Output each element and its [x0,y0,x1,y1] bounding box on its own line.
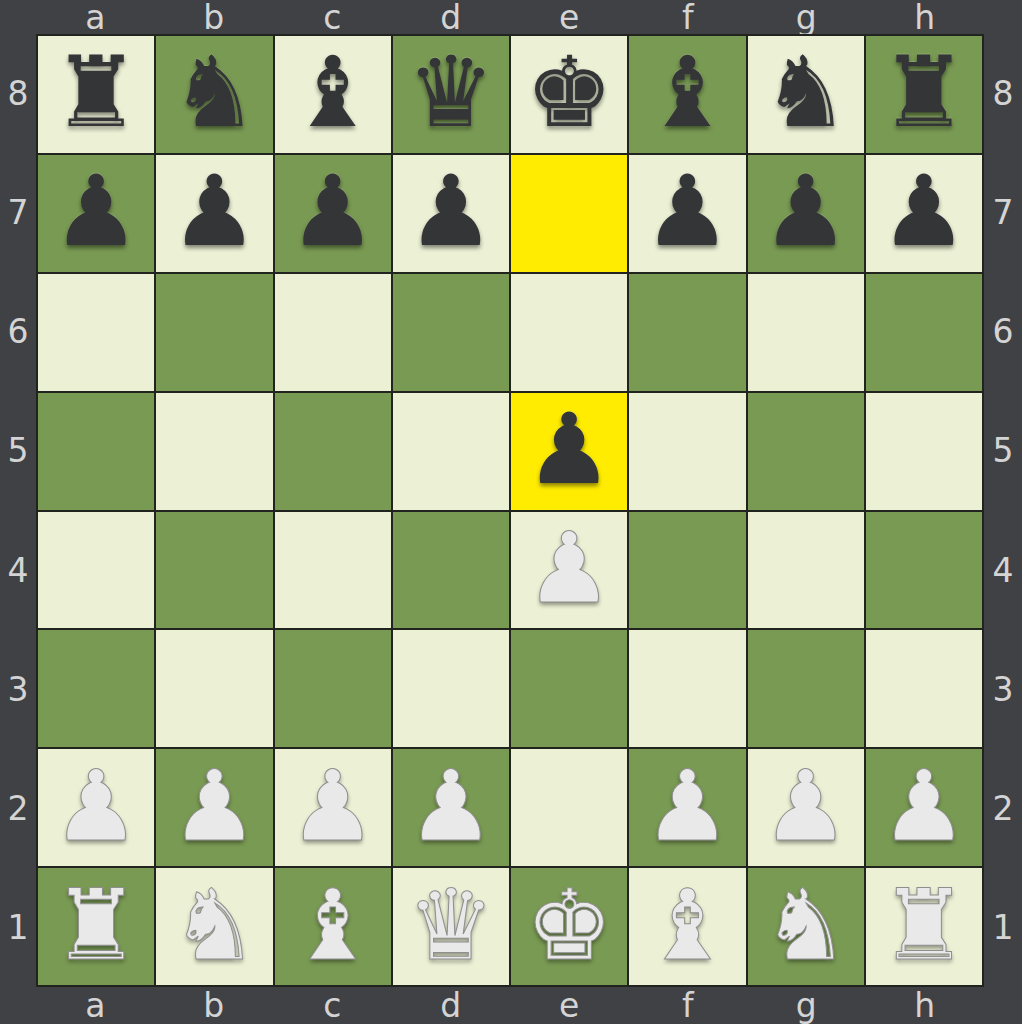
square-c3[interactable] [275,630,391,747]
file-label: f [629,987,748,1024]
white-pawn[interactable]: ♟ [170,757,258,855]
black-bishop[interactable]: ♝ [289,43,377,141]
square-f5[interactable] [629,393,745,510]
rank-label: 2 [0,749,36,868]
square-c4[interactable] [275,512,391,629]
white-rook[interactable]: ♜ [52,876,140,974]
square-b5[interactable] [156,393,272,510]
rank-labels-left: 8 7 6 5 4 3 2 1 [0,34,36,987]
file-label: h [866,987,985,1024]
rank-label: 1 [0,868,36,987]
rank-label: 5 [0,391,36,510]
white-pawn[interactable]: ♟ [880,757,968,855]
black-rook[interactable]: ♜ [52,43,140,141]
black-pawn[interactable]: ♟ [643,162,731,260]
black-pawn[interactable]: ♟ [525,400,613,498]
file-label: c [273,0,392,34]
square-c2[interactable]: ♟ [275,749,391,866]
file-labels-bottom: a b c d e f g h [36,987,984,1024]
square-f2[interactable]: ♟ [629,749,745,866]
square-c6[interactable] [275,274,391,391]
file-label: b [155,987,274,1024]
square-c7[interactable]: ♟ [275,155,391,272]
square-b8[interactable]: ♞ [156,36,272,153]
square-a7[interactable]: ♟ [38,155,154,272]
black-bishop[interactable]: ♝ [643,43,731,141]
rank-label: 6 [0,272,36,391]
file-label: g [747,987,866,1024]
black-pawn[interactable]: ♟ [762,162,850,260]
black-pawn[interactable]: ♟ [880,162,968,260]
square-e7[interactable] [511,155,627,272]
rank-label: 7 [984,153,1022,272]
square-f3[interactable] [629,630,745,747]
square-h6[interactable] [866,274,982,391]
square-a2[interactable]: ♟ [38,749,154,866]
file-label: d [392,987,511,1024]
white-pawn[interactable]: ♟ [762,757,850,855]
white-pawn[interactable]: ♟ [289,757,377,855]
square-d8[interactable]: ♛ [393,36,509,153]
square-f8[interactable]: ♝ [629,36,745,153]
square-b6[interactable] [156,274,272,391]
rank-label: 3 [0,630,36,749]
square-e4[interactable]: ♟ [511,512,627,629]
square-a3[interactable] [38,630,154,747]
square-c1[interactable]: ♝ [275,868,391,985]
chess-board: ♜♞♝♛♚♝♞♜♟♟♟♟♟♟♟♟♟♟♟♟♟♟♟♟♜♞♝♛♚♝♞♜ [36,34,984,987]
square-f4[interactable] [629,512,745,629]
white-knight[interactable]: ♞ [762,876,850,974]
square-e6[interactable] [511,274,627,391]
square-f7[interactable]: ♟ [629,155,745,272]
rank-label: 7 [0,153,36,272]
square-d1[interactable]: ♛ [393,868,509,985]
file-label: e [510,987,629,1024]
file-labels-top: a b c d e f g h [36,0,984,34]
square-b4[interactable] [156,512,272,629]
square-b1[interactable]: ♞ [156,868,272,985]
black-king[interactable]: ♚ [525,43,613,141]
white-knight[interactable]: ♞ [170,876,258,974]
square-d6[interactable] [393,274,509,391]
black-pawn[interactable]: ♟ [407,162,495,260]
square-c5[interactable] [275,393,391,510]
rank-label: 8 [984,34,1022,153]
file-label: d [392,0,511,34]
square-f1[interactable]: ♝ [629,868,745,985]
square-b3[interactable] [156,630,272,747]
white-rook[interactable]: ♜ [880,876,968,974]
rank-label: 8 [0,34,36,153]
square-g3[interactable] [748,630,864,747]
square-h7[interactable]: ♟ [866,155,982,272]
square-g4[interactable] [748,512,864,629]
square-b2[interactable]: ♟ [156,749,272,866]
white-bishop[interactable]: ♝ [289,876,377,974]
rank-labels-right: 8 7 6 5 4 3 2 1 [984,34,1022,987]
square-d7[interactable]: ♟ [393,155,509,272]
file-label: h [866,0,985,34]
square-f6[interactable] [629,274,745,391]
square-g6[interactable] [748,274,864,391]
square-d5[interactable] [393,393,509,510]
file-label: g [747,0,866,34]
square-g1[interactable]: ♞ [748,868,864,985]
white-pawn[interactable]: ♟ [525,519,613,617]
black-queen[interactable]: ♛ [407,43,495,141]
rank-label: 6 [984,272,1022,391]
square-d3[interactable] [393,630,509,747]
square-h1[interactable]: ♜ [866,868,982,985]
rank-label: 1 [984,868,1022,987]
rank-label: 4 [0,511,36,630]
square-h8[interactable]: ♜ [866,36,982,153]
white-pawn[interactable]: ♟ [407,757,495,855]
rank-label: 4 [984,511,1022,630]
square-e2[interactable] [511,749,627,866]
square-b7[interactable]: ♟ [156,155,272,272]
black-knight[interactable]: ♞ [762,43,850,141]
rank-label: 2 [984,749,1022,868]
square-e8[interactable]: ♚ [511,36,627,153]
file-label: a [36,987,155,1024]
white-king[interactable]: ♚ [525,876,613,974]
square-h2[interactable]: ♟ [866,749,982,866]
square-g8[interactable]: ♞ [748,36,864,153]
white-queen[interactable]: ♛ [407,876,495,974]
square-h4[interactable] [866,512,982,629]
rank-label: 3 [984,630,1022,749]
square-h5[interactable] [866,393,982,510]
square-g2[interactable]: ♟ [748,749,864,866]
white-bishop[interactable]: ♝ [643,876,731,974]
black-pawn[interactable]: ♟ [52,162,140,260]
square-e3[interactable] [511,630,627,747]
file-label: a [36,0,155,34]
black-pawn[interactable]: ♟ [289,162,377,260]
square-e1[interactable]: ♚ [511,868,627,985]
square-c8[interactable]: ♝ [275,36,391,153]
square-d2[interactable]: ♟ [393,749,509,866]
chess-board-frame: a b c d e f g h a b c d e f g h 8 7 6 5 … [0,0,1022,1024]
file-label: c [273,987,392,1024]
square-a4[interactable] [38,512,154,629]
square-e5[interactable]: ♟ [511,393,627,510]
white-pawn[interactable]: ♟ [52,757,140,855]
square-d4[interactable] [393,512,509,629]
white-pawn[interactable]: ♟ [643,757,731,855]
rank-label: 5 [984,391,1022,510]
square-g7[interactable]: ♟ [748,155,864,272]
file-label: e [510,0,629,34]
square-h3[interactable] [866,630,982,747]
black-pawn[interactable]: ♟ [170,162,258,260]
file-label: b [155,0,274,34]
square-a1[interactable]: ♜ [38,868,154,985]
square-a8[interactable]: ♜ [38,36,154,153]
file-label: f [629,0,748,34]
black-rook[interactable]: ♜ [880,43,968,141]
square-g5[interactable] [748,393,864,510]
square-a6[interactable] [38,274,154,391]
square-a5[interactable] [38,393,154,510]
black-knight[interactable]: ♞ [170,43,258,141]
